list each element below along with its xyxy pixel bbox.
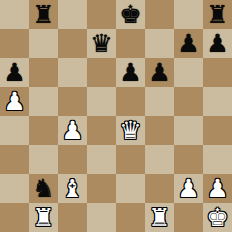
square-g1[interactable]: [174, 203, 203, 232]
black-pawn[interactable]: ♟: [148, 58, 170, 87]
black-pawn[interactable]: ♟: [206, 29, 228, 58]
square-e7[interactable]: [116, 29, 145, 58]
black-pawn[interactable]: ♟: [177, 29, 199, 58]
square-c4[interactable]: ♟: [58, 116, 87, 145]
square-d6[interactable]: [87, 58, 116, 87]
white-queen[interactable]: ♛: [119, 116, 141, 145]
black-pawn[interactable]: ♟: [119, 58, 141, 87]
square-f4[interactable]: [145, 116, 174, 145]
square-g8[interactable]: [174, 0, 203, 29]
square-c6[interactable]: [58, 58, 87, 87]
square-b4[interactable]: [29, 116, 58, 145]
white-rook[interactable]: ♜: [148, 203, 170, 232]
square-c5[interactable]: [58, 87, 87, 116]
square-a3[interactable]: [0, 145, 29, 174]
square-d1[interactable]: [87, 203, 116, 232]
square-f7[interactable]: [145, 29, 174, 58]
square-e2[interactable]: [116, 174, 145, 203]
white-rook[interactable]: ♜: [32, 203, 54, 232]
square-b5[interactable]: [29, 87, 58, 116]
square-a6[interactable]: ♟: [0, 58, 29, 87]
square-h5[interactable]: [203, 87, 232, 116]
square-d7[interactable]: ♛: [87, 29, 116, 58]
square-h1[interactable]: ♚: [203, 203, 232, 232]
square-g5[interactable]: [174, 87, 203, 116]
black-rook[interactable]: ♜: [32, 0, 54, 29]
square-a7[interactable]: [0, 29, 29, 58]
square-h2[interactable]: ♟: [203, 174, 232, 203]
square-h8[interactable]: ♜: [203, 0, 232, 29]
square-g4[interactable]: [174, 116, 203, 145]
square-h6[interactable]: [203, 58, 232, 87]
black-queen[interactable]: ♛: [90, 29, 112, 58]
square-e3[interactable]: [116, 145, 145, 174]
square-a5[interactable]: ♟: [0, 87, 29, 116]
square-f1[interactable]: ♜: [145, 203, 174, 232]
square-a2[interactable]: [0, 174, 29, 203]
square-c1[interactable]: [58, 203, 87, 232]
square-d4[interactable]: [87, 116, 116, 145]
square-a4[interactable]: [0, 116, 29, 145]
white-pawn[interactable]: ♟: [61, 116, 83, 145]
square-e5[interactable]: [116, 87, 145, 116]
square-f5[interactable]: [145, 87, 174, 116]
white-king[interactable]: ♚: [206, 203, 228, 232]
black-knight[interactable]: ♞: [32, 174, 54, 203]
black-pawn[interactable]: ♟: [3, 58, 25, 87]
white-bishop[interactable]: ♝: [61, 174, 83, 203]
square-d5[interactable]: [87, 87, 116, 116]
square-d2[interactable]: [87, 174, 116, 203]
square-c8[interactable]: [58, 0, 87, 29]
square-c7[interactable]: [58, 29, 87, 58]
square-c3[interactable]: [58, 145, 87, 174]
square-e1[interactable]: [116, 203, 145, 232]
square-b3[interactable]: [29, 145, 58, 174]
square-a1[interactable]: [0, 203, 29, 232]
square-e4[interactable]: ♛: [116, 116, 145, 145]
square-e6[interactable]: ♟: [116, 58, 145, 87]
square-b7[interactable]: [29, 29, 58, 58]
square-d8[interactable]: [87, 0, 116, 29]
square-d3[interactable]: [87, 145, 116, 174]
square-c2[interactable]: ♝: [58, 174, 87, 203]
square-f2[interactable]: [145, 174, 174, 203]
white-pawn[interactable]: ♟: [206, 174, 228, 203]
white-pawn[interactable]: ♟: [3, 87, 25, 116]
chess-board: ♜♚♜♛♟♟♟♟♟♟♟♛♞♝♟♟♜♜♚: [0, 0, 232, 232]
black-rook[interactable]: ♜: [206, 0, 228, 29]
square-b2[interactable]: ♞: [29, 174, 58, 203]
square-b1[interactable]: ♜: [29, 203, 58, 232]
square-g2[interactable]: ♟: [174, 174, 203, 203]
black-king[interactable]: ♚: [119, 0, 141, 29]
square-e8[interactable]: ♚: [116, 0, 145, 29]
square-f3[interactable]: [145, 145, 174, 174]
square-b8[interactable]: ♜: [29, 0, 58, 29]
square-h3[interactable]: [203, 145, 232, 174]
square-g7[interactable]: ♟: [174, 29, 203, 58]
square-f8[interactable]: [145, 0, 174, 29]
square-h4[interactable]: [203, 116, 232, 145]
square-h7[interactable]: ♟: [203, 29, 232, 58]
square-b6[interactable]: [29, 58, 58, 87]
white-pawn[interactable]: ♟: [177, 174, 199, 203]
square-g6[interactable]: [174, 58, 203, 87]
square-g3[interactable]: [174, 145, 203, 174]
square-a8[interactable]: [0, 0, 29, 29]
square-f6[interactable]: ♟: [145, 58, 174, 87]
